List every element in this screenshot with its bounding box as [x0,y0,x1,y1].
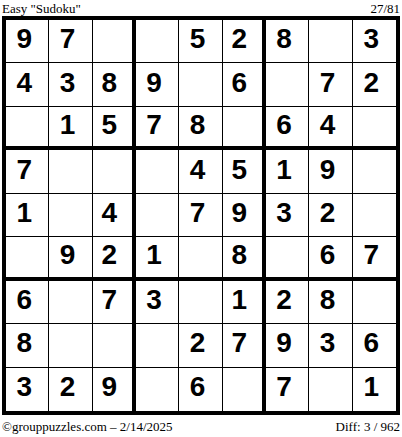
cell-r6c9: 7 [353,237,396,280]
given-digit: 3 [276,197,292,229]
given-digit: 9 [102,371,118,403]
cell-r7c1: 6 [6,281,49,324]
given-digit: 3 [16,371,32,403]
cell-r1c9: 3 [353,20,396,63]
copyright-date-label: ©grouppuzzles.com – 2/14/2025 [2,419,173,434]
cell-r4c9[interactable] [353,150,396,193]
given-digit: 7 [320,67,336,99]
cell-r3c7: 6 [266,107,309,150]
given-digit: 9 [16,23,32,55]
cell-r5c9[interactable] [353,194,396,237]
given-digit: 3 [320,327,336,359]
cell-r5c2[interactable] [49,194,92,237]
given-digit: 7 [364,239,380,271]
cell-r2c3: 8 [93,63,136,106]
cell-r3c6[interactable] [223,107,266,150]
cell-r5c1: 1 [6,194,49,237]
cell-r7c9[interactable] [353,281,396,324]
difficulty-label: Diff: 3 / 962 [336,419,400,434]
given-digit: 2 [276,284,292,316]
given-digit: 6 [276,109,292,141]
given-digit: 3 [60,67,76,99]
given-digit: 4 [102,197,118,229]
given-digit: 6 [190,371,206,403]
cell-r8c1: 8 [6,324,49,367]
cell-r8c2[interactable] [49,324,92,367]
given-digit: 2 [320,197,336,229]
cell-r1c4[interactable] [136,20,179,63]
cell-r2c8: 7 [309,63,352,106]
given-digit: 7 [232,327,248,359]
given-digit: 7 [190,197,206,229]
cell-r8c4[interactable] [136,324,179,367]
cell-r4c3[interactable] [93,150,136,193]
cell-r2c4: 9 [136,63,179,106]
given-digit: 1 [16,197,32,229]
given-digit: 9 [232,197,248,229]
cell-r9c8[interactable] [309,368,352,411]
cell-r7c5[interactable] [179,281,222,324]
given-digit: 8 [232,239,248,271]
cell-r7c2[interactable] [49,281,92,324]
given-digit: 9 [60,239,76,271]
cell-r5c3: 4 [93,194,136,237]
given-digit: 7 [146,109,162,141]
cell-r8c6: 7 [223,324,266,367]
cell-r1c7: 8 [266,20,309,63]
given-digit: 6 [364,327,380,359]
cell-r9c7: 7 [266,368,309,411]
given-digit: 8 [16,327,32,359]
given-digit: 8 [276,23,292,55]
cell-r3c4: 7 [136,107,179,150]
cell-r4c4[interactable] [136,150,179,193]
given-digit: 4 [320,109,336,141]
cell-r8c5: 2 [179,324,222,367]
given-digit: 9 [146,67,162,99]
cell-r9c4[interactable] [136,368,179,411]
cell-r9c9: 1 [353,368,396,411]
cell-r2c2: 3 [49,63,92,106]
cell-r9c1: 3 [6,368,49,411]
cell-r4c8: 9 [309,150,352,193]
footer: ©grouppuzzles.com – 2/14/2025 Diff: 3 / … [0,419,402,434]
cell-r9c3: 9 [93,368,136,411]
cell-r2c5[interactable] [179,63,222,106]
cell-r7c7: 2 [266,281,309,324]
given-digit: 5 [232,154,248,186]
cell-r6c3: 2 [93,237,136,280]
given-digit: 1 [232,284,248,316]
given-digit: 2 [60,371,76,403]
given-digit: 6 [232,67,248,99]
cell-r6c1[interactable] [6,237,49,280]
cell-r7c8: 8 [309,281,352,324]
sudoku-board: 9752834389672157864745191479329218676731… [2,16,400,415]
cell-r6c6: 8 [223,237,266,280]
cell-r8c9: 6 [353,324,396,367]
cell-r7c6: 1 [223,281,266,324]
cell-r8c7: 9 [266,324,309,367]
cell-r3c3: 5 [93,107,136,150]
cell-r2c7[interactable] [266,63,309,106]
cell-r5c7: 3 [266,194,309,237]
given-digit: 8 [320,284,336,316]
cell-r4c2[interactable] [49,150,92,193]
cell-r8c8: 3 [309,324,352,367]
header: Easy "Sudoku" 27/81 [0,0,402,16]
given-digit: 4 [190,154,206,186]
given-digit: 6 [320,239,336,271]
sudoku-page: Easy "Sudoku" 27/81 97528343896721578647… [0,0,402,437]
cell-r1c5: 5 [179,20,222,63]
cell-r7c3: 7 [93,281,136,324]
cell-r2c6: 6 [223,63,266,106]
cell-r4c5: 4 [179,150,222,193]
given-digit: 9 [320,154,336,186]
given-digit: 6 [16,284,32,316]
cell-r4c1: 7 [6,150,49,193]
cell-r1c2: 7 [49,20,92,63]
cell-r9c6[interactable] [223,368,266,411]
cell-r8c3[interactable] [93,324,136,367]
given-digit: 2 [190,327,206,359]
given-digit: 8 [190,109,206,141]
given-digit: 2 [232,23,248,55]
given-digit: 9 [276,327,292,359]
cell-r2c9: 2 [353,63,396,106]
given-digit: 7 [276,371,292,403]
cell-r5c6: 9 [223,194,266,237]
given-digit: 5 [102,109,118,141]
cell-r6c4: 1 [136,237,179,280]
given-digit: 8 [102,67,118,99]
cell-r5c4[interactable] [136,194,179,237]
puzzle-title: Easy "Sudoku" [2,1,81,16]
given-digit: 7 [16,154,32,186]
given-digit: 3 [146,284,162,316]
cell-r3c9[interactable] [353,107,396,150]
given-digit: 1 [364,371,380,403]
cell-r6c7[interactable] [266,237,309,280]
cell-r1c3[interactable] [93,20,136,63]
cell-r5c5: 7 [179,194,222,237]
cell-r3c5: 8 [179,107,222,150]
cell-r4c6: 5 [223,150,266,193]
cell-r6c2: 9 [49,237,92,280]
given-digit: 4 [16,67,32,99]
givens-counter: 27/81 [370,1,400,16]
given-digit: 1 [276,154,292,186]
cell-r1c6: 2 [223,20,266,63]
given-digit: 1 [60,109,76,141]
cell-r6c5[interactable] [179,237,222,280]
cell-r2c1: 4 [6,63,49,106]
cell-r3c8: 4 [309,107,352,150]
given-digit: 5 [190,23,206,55]
given-digit: 1 [146,239,162,271]
given-digit: 7 [102,284,118,316]
cell-r9c2: 2 [49,368,92,411]
given-digit: 3 [364,23,380,55]
given-digit: 2 [364,67,380,99]
cell-r7c4: 3 [136,281,179,324]
cell-r1c8[interactable] [309,20,352,63]
cell-r1c1: 9 [6,20,49,63]
given-digit: 7 [60,23,76,55]
cell-r3c1[interactable] [6,107,49,150]
given-digit: 2 [102,239,118,271]
cell-r5c8: 2 [309,194,352,237]
cell-r4c7: 1 [266,150,309,193]
cell-r3c2: 1 [49,107,92,150]
cell-r9c5: 6 [179,368,222,411]
cell-r6c8: 6 [309,237,352,280]
